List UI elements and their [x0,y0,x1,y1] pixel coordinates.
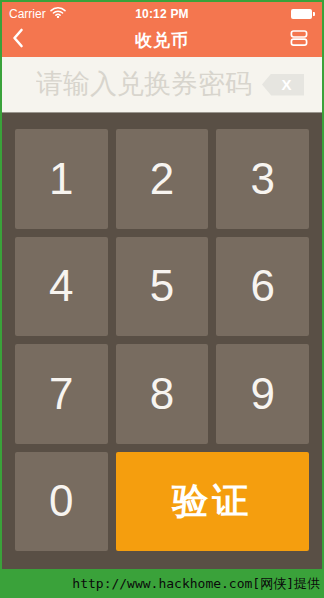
back-button[interactable] [12,24,30,56]
key-9[interactable]: 9 [216,344,309,444]
page-title: 收兑币 [2,29,322,52]
watermark-text: http://www.hackhome.com[网侠]提供 [72,575,320,593]
key-6[interactable]: 6 [216,237,309,337]
chevron-left-icon [12,28,24,52]
key-3[interactable]: 3 [216,129,309,229]
header: 10:12 PM Carrier 收兑币 [2,2,322,57]
watermark-bar: http://www.hackhome.com[网侠]提供 [2,569,322,598]
key-8[interactable]: 8 [116,344,209,444]
number-keypad: 1 2 3 4 5 6 7 8 9 0 验证 [2,113,322,569]
status-bar: 10:12 PM Carrier [2,2,322,23]
key-0[interactable]: 0 [15,452,108,552]
verify-button[interactable]: 验证 [116,452,309,552]
voucher-input-bar: X [2,57,322,113]
key-7[interactable]: 7 [15,344,108,444]
scan-frame-icon [288,27,310,53]
battery-icon [291,9,315,19]
key-2[interactable]: 2 [116,129,209,229]
key-5[interactable]: 5 [116,237,209,337]
scan-button[interactable] [286,23,312,57]
key-1[interactable]: 1 [15,129,108,229]
backspace-clear-icon: X [281,77,291,92]
key-4[interactable]: 4 [15,237,108,337]
status-time: 10:12 PM [2,7,322,21]
app-frame: 10:12 PM Carrier 收兑币 [0,0,324,598]
nav-bar: 收兑币 [2,23,322,57]
